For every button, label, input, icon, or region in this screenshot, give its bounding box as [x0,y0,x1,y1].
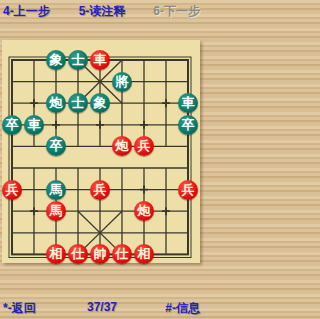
piece-black-卒: 卒 [2,115,22,135]
piece-black-馬: 馬 [46,180,66,200]
move-counter: 37/37 [87,300,117,314]
piece-red-兵: 兵 [178,180,198,200]
piece-red-馬: 馬 [46,201,66,221]
piece-red-相: 相 [46,244,66,264]
piece-black-將: 將 [112,72,132,92]
piece-red-兵: 兵 [134,136,154,156]
piece-red-仕: 仕 [112,244,132,264]
piece-red-兵: 兵 [90,180,110,200]
piece-black-士: 士 [68,93,88,113]
piece-red-相: 相 [134,244,154,264]
next-move-command: 6-下一步 [153,3,200,20]
read-annotation-command[interactable]: 5-读注释 [79,3,126,20]
piece-black-車: 車 [178,93,198,113]
piece-red-仕: 仕 [68,244,88,264]
piece-red-炮: 炮 [112,136,132,156]
piece-red-兵: 兵 [2,180,22,200]
xiangqi-board: 象士車將炮士象車卒車卒卒炮兵兵馬兵兵馬炮相仕帥仕相 [2,40,200,263]
piece-black-士: 士 [68,50,88,70]
piece-red-炮: 炮 [134,201,154,221]
prev-move-command[interactable]: 4-上一步 [3,3,50,20]
piece-grid: 象士車將炮士象車卒車卒卒炮兵兵馬兵兵馬炮相仕帥仕相 [1,49,199,265]
piece-black-象: 象 [90,93,110,113]
piece-red-帥: 帥 [90,244,110,264]
piece-black-卒: 卒 [46,136,66,156]
piece-black-卒: 卒 [178,115,198,135]
back-command[interactable]: *-返回 [3,300,36,317]
piece-black-炮: 炮 [46,93,66,113]
piece-red-車: 車 [90,50,110,70]
xiangqi-viewer-screen: { "game": "xiangqi", "app": { "descripti… [0,0,204,319]
piece-black-車: 車 [24,115,44,135]
piece-black-象: 象 [46,50,66,70]
info-command[interactable]: #-信息 [165,300,200,317]
